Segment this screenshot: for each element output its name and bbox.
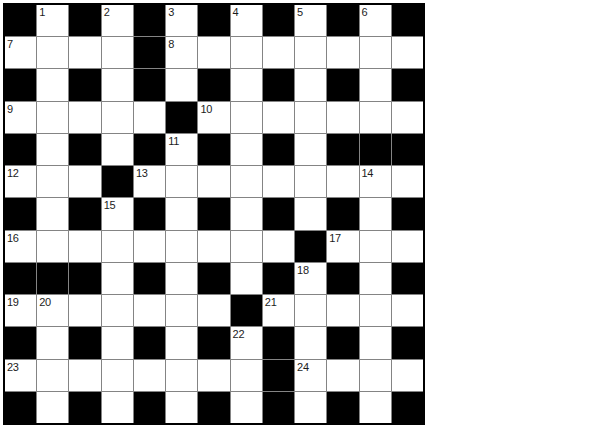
cell-r7c7[interactable] [231, 231, 262, 262]
clue-number-24: 24 [297, 361, 309, 373]
block-cell-r11c8 [263, 360, 294, 391]
block-cell-r8c4 [134, 263, 165, 294]
block-cell-r2c4 [134, 69, 165, 100]
cell-r5c8[interactable] [263, 166, 294, 197]
block-cell-r10c4 [134, 327, 165, 358]
cell-r2c5[interactable] [166, 69, 197, 100]
cell-r10c7[interactable]: 22 [231, 327, 262, 358]
block-cell-r6c6 [198, 198, 229, 229]
cell-r5c5[interactable] [166, 166, 197, 197]
cell-r9c6[interactable] [198, 295, 229, 326]
block-cell-r4c2 [69, 134, 100, 165]
block-cell-r10c8 [263, 327, 294, 358]
block-cell-r1c4 [134, 37, 165, 68]
block-cell-r8c12 [392, 263, 423, 294]
cell-r6c7[interactable] [231, 198, 262, 229]
cell-r5c11[interactable]: 14 [360, 166, 391, 197]
block-cell-r0c2 [69, 5, 100, 36]
cell-r1c7[interactable] [231, 37, 262, 68]
cell-r7c12[interactable] [392, 231, 423, 262]
cell-r3c6[interactable]: 10 [198, 102, 229, 133]
block-cell-r12c10 [327, 392, 358, 423]
cell-r1c2[interactable] [69, 37, 100, 68]
cell-r4c9[interactable] [295, 134, 326, 165]
page: 123456789101112131415161718192021222324 [0, 0, 601, 427]
clue-number-2: 2 [104, 6, 110, 18]
cell-r3c7[interactable] [231, 102, 262, 133]
block-cell-r3c5 [166, 102, 197, 133]
clue-number-1: 1 [39, 6, 45, 18]
cell-r2c11[interactable] [360, 69, 391, 100]
cell-r9c3[interactable] [102, 295, 133, 326]
cell-r7c4[interactable] [134, 231, 165, 262]
cell-r4c3[interactable] [102, 134, 133, 165]
block-cell-r10c2 [69, 327, 100, 358]
cell-r2c1[interactable] [37, 69, 68, 100]
block-cell-r10c12 [392, 327, 423, 358]
block-cell-r8c6 [198, 263, 229, 294]
cell-r11c12[interactable] [392, 360, 423, 391]
clue-number-7: 7 [7, 38, 13, 50]
block-cell-r6c8 [263, 198, 294, 229]
block-cell-r10c10 [327, 327, 358, 358]
cell-r5c12[interactable] [392, 166, 423, 197]
cell-r0c11[interactable]: 6 [360, 5, 391, 36]
clue-number-10: 10 [200, 103, 212, 115]
block-cell-r0c0 [5, 5, 36, 36]
block-cell-r2c12 [392, 69, 423, 100]
cell-r1c0[interactable]: 7 [5, 37, 36, 68]
cell-r12c11[interactable] [360, 392, 391, 423]
block-cell-r6c4 [134, 198, 165, 229]
block-cell-r2c10 [327, 69, 358, 100]
cell-r9c12[interactable] [392, 295, 423, 326]
cell-r3c11[interactable] [360, 102, 391, 133]
cell-r11c3[interactable] [102, 360, 133, 391]
cell-r8c7[interactable] [231, 263, 262, 294]
cell-r6c5[interactable] [166, 198, 197, 229]
block-cell-r8c8 [263, 263, 294, 294]
cell-r10c9[interactable] [295, 327, 326, 358]
cell-r9c4[interactable] [134, 295, 165, 326]
cell-r11c5[interactable] [166, 360, 197, 391]
cell-r10c3[interactable] [102, 327, 133, 358]
cell-r12c3[interactable] [102, 392, 133, 423]
cell-r7c11[interactable] [360, 231, 391, 262]
block-cell-r10c0 [5, 327, 36, 358]
block-cell-r0c10 [327, 5, 358, 36]
block-cell-r4c12 [392, 134, 423, 165]
cell-r3c9[interactable] [295, 102, 326, 133]
clue-number-18: 18 [297, 264, 309, 276]
cell-r7c2[interactable] [69, 231, 100, 262]
cell-r7c5[interactable] [166, 231, 197, 262]
cell-r1c8[interactable] [263, 37, 294, 68]
block-cell-r6c10 [327, 198, 358, 229]
cell-r8c5[interactable] [166, 263, 197, 294]
block-cell-r8c1 [37, 263, 68, 294]
cell-r10c5[interactable] [166, 327, 197, 358]
cell-r2c9[interactable] [295, 69, 326, 100]
block-cell-r4c8 [263, 134, 294, 165]
cell-r3c3[interactable] [102, 102, 133, 133]
cell-r7c10[interactable]: 17 [327, 231, 358, 262]
cell-r12c5[interactable] [166, 392, 197, 423]
cell-r9c5[interactable] [166, 295, 197, 326]
block-cell-r6c0 [5, 198, 36, 229]
cell-r5c10[interactable] [327, 166, 358, 197]
cell-r11c0[interactable]: 23 [5, 360, 36, 391]
block-cell-r9c7 [231, 295, 262, 326]
block-cell-r12c12 [392, 392, 423, 423]
cell-r11c9[interactable]: 24 [295, 360, 326, 391]
cell-r1c12[interactable] [392, 37, 423, 68]
cell-r4c5[interactable]: 11 [166, 134, 197, 165]
cell-r0c9[interactable]: 5 [295, 5, 326, 36]
block-cell-r4c0 [5, 134, 36, 165]
block-cell-r12c8 [263, 392, 294, 423]
block-cell-r4c4 [134, 134, 165, 165]
clue-number-14: 14 [362, 167, 374, 179]
cell-r8c9[interactable]: 18 [295, 263, 326, 294]
cell-r10c1[interactable] [37, 327, 68, 358]
cell-r9c8[interactable]: 21 [263, 295, 294, 326]
cell-r12c9[interactable] [295, 392, 326, 423]
clue-number-4: 4 [233, 6, 239, 18]
block-cell-r7c9 [295, 231, 326, 262]
cell-r11c4[interactable] [134, 360, 165, 391]
cell-r9c1[interactable]: 20 [37, 295, 68, 326]
clue-number-19: 19 [7, 296, 19, 308]
cell-r0c3[interactable]: 2 [102, 5, 133, 36]
cell-r4c1[interactable] [37, 134, 68, 165]
cell-r1c1[interactable] [37, 37, 68, 68]
cell-r6c11[interactable] [360, 198, 391, 229]
cell-r0c5[interactable]: 3 [166, 5, 197, 36]
clue-number-21: 21 [265, 296, 277, 308]
cell-r0c1[interactable]: 1 [37, 5, 68, 36]
cell-r5c1[interactable] [37, 166, 68, 197]
cell-r1c11[interactable] [360, 37, 391, 68]
clue-number-3: 3 [168, 6, 174, 18]
block-cell-r0c4 [134, 5, 165, 36]
block-cell-r8c0 [5, 263, 36, 294]
block-cell-r2c8 [263, 69, 294, 100]
cell-r9c11[interactable] [360, 295, 391, 326]
block-cell-r12c2 [69, 392, 100, 423]
cell-r3c1[interactable] [37, 102, 68, 133]
cell-r6c9[interactable] [295, 198, 326, 229]
cell-r11c7[interactable] [231, 360, 262, 391]
cell-r3c10[interactable] [327, 102, 358, 133]
clue-number-13: 13 [136, 167, 148, 179]
cell-r11c1[interactable] [37, 360, 68, 391]
cell-r6c1[interactable] [37, 198, 68, 229]
cell-r6c3[interactable]: 15 [102, 198, 133, 229]
cell-r1c10[interactable] [327, 37, 358, 68]
block-cell-r2c2 [69, 69, 100, 100]
cell-r10c11[interactable] [360, 327, 391, 358]
block-cell-r2c6 [198, 69, 229, 100]
block-cell-r0c6 [198, 5, 229, 36]
cell-r11c6[interactable] [198, 360, 229, 391]
block-cell-r12c6 [198, 392, 229, 423]
cell-r11c11[interactable] [360, 360, 391, 391]
block-cell-r10c6 [198, 327, 229, 358]
cell-r1c3[interactable] [102, 37, 133, 68]
cell-r7c0[interactable]: 16 [5, 231, 36, 262]
cell-r1c5[interactable]: 8 [166, 37, 197, 68]
cell-r7c8[interactable] [263, 231, 294, 262]
cell-r2c3[interactable] [102, 69, 133, 100]
cell-r5c9[interactable] [295, 166, 326, 197]
block-cell-r12c4 [134, 392, 165, 423]
cell-r5c6[interactable] [198, 166, 229, 197]
cell-r4c7[interactable] [231, 134, 262, 165]
block-cell-r0c12 [392, 5, 423, 36]
block-cell-r6c2 [69, 198, 100, 229]
cell-r5c0[interactable]: 12 [5, 166, 36, 197]
block-cell-r0c8 [263, 5, 294, 36]
block-cell-r6c12 [392, 198, 423, 229]
cell-r11c2[interactable] [69, 360, 100, 391]
cell-r1c6[interactable] [198, 37, 229, 68]
clue-number-11: 11 [168, 135, 179, 147]
cell-r3c0[interactable]: 9 [5, 102, 36, 133]
cell-r12c7[interactable] [231, 392, 262, 423]
clue-number-5: 5 [297, 6, 303, 18]
cell-r5c2[interactable] [69, 166, 100, 197]
cell-r9c10[interactable] [327, 295, 358, 326]
block-cell-r12c0 [5, 392, 36, 423]
cell-r7c1[interactable] [37, 231, 68, 262]
block-cell-r4c6 [198, 134, 229, 165]
block-cell-r2c0 [5, 69, 36, 100]
clue-number-23: 23 [7, 361, 19, 373]
cell-r9c0[interactable]: 19 [5, 295, 36, 326]
block-cell-r4c10 [327, 134, 358, 165]
clue-number-8: 8 [168, 38, 174, 50]
clue-number-17: 17 [329, 232, 341, 244]
block-cell-r8c2 [69, 263, 100, 294]
cell-r1c9[interactable] [295, 37, 326, 68]
block-cell-r8c10 [327, 263, 358, 294]
cell-r2c7[interactable] [231, 69, 262, 100]
clue-number-6: 6 [362, 6, 368, 18]
clue-number-15: 15 [104, 199, 116, 211]
cell-r12c1[interactable] [37, 392, 68, 423]
clue-number-9: 9 [7, 103, 13, 115]
cell-r9c9[interactable] [295, 295, 326, 326]
clue-number-22: 22 [233, 328, 245, 340]
cell-r7c6[interactable] [198, 231, 229, 262]
block-cell-r5c3 [102, 166, 133, 197]
cell-r5c4[interactable]: 13 [134, 166, 165, 197]
cell-r8c3[interactable] [102, 263, 133, 294]
cell-r9c2[interactable] [69, 295, 100, 326]
clue-number-20: 20 [39, 296, 51, 308]
clue-number-12: 12 [7, 167, 19, 179]
cell-r3c12[interactable] [392, 102, 423, 133]
crossword-board: 123456789101112131415161718192021222324 [3, 3, 425, 425]
block-cell-r4c11 [360, 134, 391, 165]
cell-r11c10[interactable] [327, 360, 358, 391]
cell-r5c7[interactable] [231, 166, 262, 197]
cell-r3c4[interactable] [134, 102, 165, 133]
clue-number-16: 16 [7, 232, 19, 244]
cell-r3c8[interactable] [263, 102, 294, 133]
cell-r3c2[interactable] [69, 102, 100, 133]
cell-r0c7[interactable]: 4 [231, 5, 262, 36]
cell-r8c11[interactable] [360, 263, 391, 294]
cell-r7c3[interactable] [102, 231, 133, 262]
